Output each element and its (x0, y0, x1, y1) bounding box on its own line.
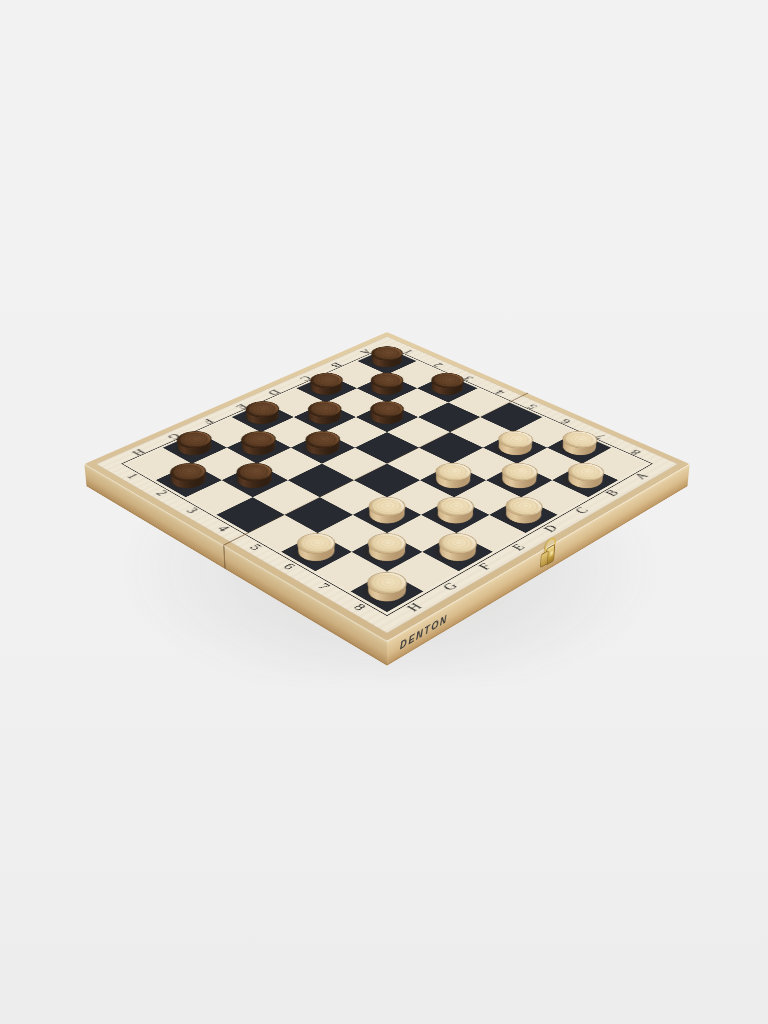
fold-seam-side (223, 545, 226, 569)
clasp-plate (540, 550, 548, 568)
perspective-scene: DENTON 1122334455667788AABBCCDDEEFFGGHH (0, 0, 768, 1024)
checkers-board: DENTON 1122334455667788AABBCCDDEEFFGGHH (84, 332, 689, 641)
product-photo-page: DENTON 1122334455667788AABBCCDDEEFFGGHH (0, 0, 768, 1024)
